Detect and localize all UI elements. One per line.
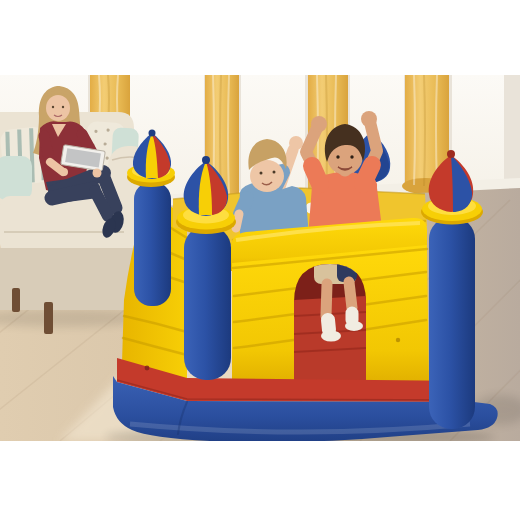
woman-eye [52,106,54,108]
kid-eye [273,171,276,174]
boy-eye [336,155,339,158]
valve-dot [396,338,400,342]
boy-sleeve [312,166,320,184]
tower-column-front-left [184,226,231,380]
boy-eye [350,155,353,158]
boy-leg [326,284,327,316]
boy-fist [361,111,377,127]
boy-sock-foot [321,331,341,342]
kid-eye [260,172,263,175]
sofa-leg [12,288,20,312]
boy-sleeve [363,165,372,184]
woman-hand [93,169,102,178]
spire-tip [149,130,156,137]
sofa-leg [44,302,53,334]
letterbox-top [0,0,520,75]
boy-fist [311,116,327,132]
boy-sock [328,320,329,330]
child-orange-shirt [306,111,383,238]
kid-other-arm [236,214,239,228]
kid-fist [289,136,303,150]
boy-leg [349,282,352,308]
woman-thigh [52,189,93,198]
spire-tip [202,156,210,164]
bounce-castle-product-photo [0,0,520,520]
woman-upper-arm [44,136,50,162]
woman-eye [62,106,64,108]
tower-column-front-right [429,217,475,429]
letterbox-bottom [0,441,520,520]
spire-tip [447,150,455,158]
pillow-mint-left [0,156,32,200]
valve-dot [145,366,150,371]
doorway [294,254,366,386]
boy-sock-foot [345,321,363,331]
tower-column-back-left [134,182,171,306]
photo-canvas [0,0,520,520]
woman-hand [60,168,68,176]
kid-face [250,160,284,192]
